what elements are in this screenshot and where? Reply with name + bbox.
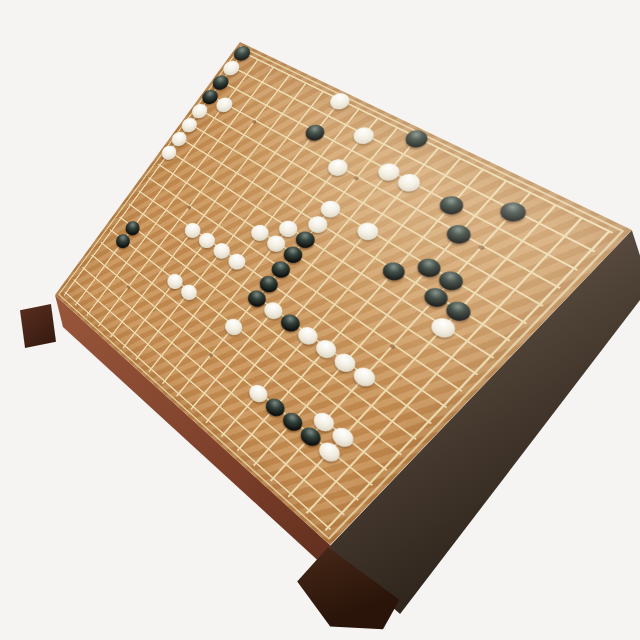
stone-white (326, 90, 353, 112)
stone-white (222, 316, 246, 339)
stone-white (324, 156, 351, 179)
stone-black (495, 199, 530, 226)
board-leg-left (20, 304, 56, 348)
stone-black (401, 127, 431, 151)
go-board-surface (55, 42, 632, 545)
stone-white (350, 124, 378, 147)
stone-white (353, 219, 382, 243)
stone-black (302, 122, 328, 144)
stone-black (435, 193, 467, 218)
go-board-photo (0, 0, 640, 640)
stone-black (442, 221, 475, 247)
stones-layer (55, 42, 632, 545)
stone-black (379, 259, 409, 284)
